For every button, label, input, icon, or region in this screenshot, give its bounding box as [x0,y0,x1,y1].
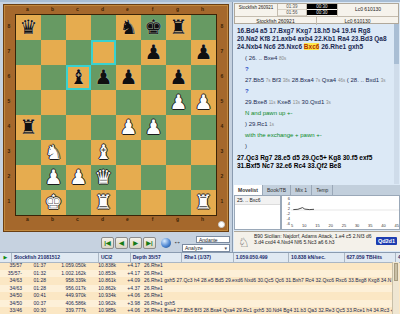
prev-move-button[interactable]: ◀ [115,237,128,249]
time-cell: 01:32 [24,270,48,278]
move-text: N and pawn up +- [245,110,293,116]
square-f5[interactable] [141,90,166,115]
square-g2[interactable] [166,165,191,190]
pv-cell: 26.Rhe1 gxh5 [142,300,392,308]
level-label: Andante [199,237,218,243]
board-toolbar: |◀ ◀ ▶ ▶| ↔ Andante Analyze ▾ [0,234,232,252]
square-h3[interactable] [191,140,216,165]
depth-cell: 35/57- [0,270,24,278]
speed-cell: 10.985k [88,307,118,314]
level-select[interactable]: Andante [196,236,230,243]
square-h6[interactable] [191,65,216,90]
square-a3[interactable] [16,140,41,165]
nodes-cell: 339.777k [48,307,88,314]
move-text: 29.Bxe8 [245,99,269,105]
coord-label: f [140,216,165,222]
piece-p-f7: ♟ [141,40,166,65]
square-f6[interactable] [141,65,166,90]
square-d1[interactable]: ♜ [91,190,116,215]
piece-p-g6: ♟ [166,65,191,90]
opening-info-row: ♘ B90 Sicilian: Najdorf, Adams Attack, 1… [234,231,400,251]
square-b6[interactable] [41,65,66,90]
notation-scrollbar[interactable] [394,24,399,184]
depth-cell: 34/63 [0,277,24,285]
square-g8[interactable]: ♜ [166,15,191,40]
time-cell: 01:28 [24,285,48,293]
move-text: 13s [293,100,300,105]
move-text: ) 29.Rc1 [245,121,269,127]
coord-label: 6 [5,64,13,89]
pv-cell: 26.Rhe1 [142,292,392,300]
knight-icon: ♘ [238,235,250,250]
rank-labels-right: 87654321 [218,14,226,214]
piece-P-f4: ♟ [141,115,166,140]
analysis-line[interactable]: ) [245,143,392,150]
coord-label: 6 [218,64,226,89]
next-move-button[interactable]: ▶ [129,237,142,249]
coord-label: 5 [5,89,13,114]
analysis-line[interactable]: 27.Bb5 7s Bf3 38s 28.Bxa4 7s Qxa4 46s ( … [245,77,392,84]
eval-cell: +4.06 [118,292,142,300]
piece-B-d3: ♝ [91,140,116,165]
tick-label: 40 [381,223,385,228]
square-e4[interactable]: ♟ [116,115,141,140]
tab-book-tb[interactable]: Book/TB [263,185,291,195]
analysis-line[interactable]: N and pawn up +- [245,110,392,117]
square-b7[interactable] [41,40,66,65]
piece-p-e6: ♟ [116,65,141,90]
time-cell: 01:28 [24,277,48,285]
square-f8[interactable]: ♚ [141,15,166,40]
coord-label: b [40,216,65,222]
piece-q-a8: ♛ [16,15,41,40]
coord-label: g [165,6,190,12]
square-h7[interactable]: ♟ [191,40,216,65]
square-e6[interactable]: ♟ [116,65,141,90]
coord-label: g [165,216,190,222]
piece-P-c2: ♟ [66,165,91,190]
pv-cell: 26.Rhe1 [142,270,392,278]
square-f7[interactable]: ♟ [141,40,166,65]
square-d4[interactable] [91,115,116,140]
tab-temp[interactable]: Temp [312,185,333,195]
speed-cell: 10.853k [88,270,118,278]
square-d2[interactable]: ♛ [91,165,116,190]
nodes-cell: 956.017k [48,285,88,293]
square-g4[interactable] [166,115,191,140]
square-e3[interactable] [116,140,141,165]
square-h1[interactable]: ♜ [191,190,216,215]
piece-P-e4: ♟ [116,115,141,140]
file-labels-top: abcdefgh [15,6,215,12]
white-clocks: 01:39 01:56 [278,4,307,16]
piece-r-a4: ♜ [16,115,41,140]
piece-P-b2: ♟ [41,165,66,190]
speed-header: 10.838 kN/sec. [289,253,344,262]
piece-R-d1: ♜ [91,190,116,215]
chevron-down-icon: ▾ [224,245,227,252]
square-b4[interactable] [41,115,66,140]
engine-output-row[interactable]: 35/5701:371.059.050k10.838k+4.1726.Rhe1 [0,262,392,270]
tbhits-header: 627.059 TBHits [345,253,396,262]
eval-cell: +3.98 [118,300,142,308]
coord-label: f [140,6,165,12]
engine-output-row[interactable]: 35/57-01:321.002.162k10.853k+4.1726.Rhe1 [0,270,392,278]
coord-label: 4 [218,114,226,139]
white-clock-used: 01:56 [278,10,306,16]
piece-K-b1: ♚ [41,190,66,215]
engine-output-panel: ▶ Stockfish 21081512 UCI2 Depth 35/57 Rh… [0,252,400,314]
hash-header: 44% [396,253,400,262]
nodes-header: 1.059.050.499 [234,253,289,262]
chess-gui-window: abcdefgh abcdefgh 87654321 87654321 ♛♞♚♜… [0,0,400,314]
tick-label: 15 [315,223,319,228]
square-e7[interactable] [116,40,141,65]
piece-p-d6: ♟ [91,65,116,90]
analysis-line[interactable]: 16.Bd4 a5 17.Bxg7 Kxg7 18.h5 b4 19.f4 Rg… [237,27,392,51]
square-f1[interactable] [141,190,166,215]
white-engine-name[interactable]: Stockfish 260921 [235,4,278,16]
mode-label: Analyze [185,245,203,251]
file-labels-bottom: abcdefgh [15,216,215,222]
square-a2[interactable] [16,165,41,190]
mode-select[interactable]: Analyze ▾ [182,244,230,252]
depth-cell: 34/50 [0,300,24,308]
tick-label: 45 [395,223,399,228]
eval-plot [291,197,399,223]
square-c8[interactable] [66,15,91,40]
speed-cell: 10.962k [88,300,118,308]
engine-output-row[interactable]: 34/5000:41449.970k10.934k+4.0626.Rhe1 [0,292,392,300]
move-text: 1s [269,122,274,127]
pv-cell: 26.Rhe1 [142,285,392,293]
square-g7[interactable] [166,40,191,65]
black-clock-remaining: 00:30 [307,4,337,9]
piece-n-e8: ♞ [116,15,141,40]
piece-r-g8: ♜ [166,15,191,40]
black-engine-name[interactable]: Lc0 610130 [338,4,398,16]
time-cell: 01:37 [24,262,48,270]
piece-p-h7: ♟ [191,40,216,65]
tick-label: 5 [291,223,293,228]
move-text: 30.Qxd1 [300,99,326,105]
analysis-line[interactable]: ? [245,88,392,95]
square-b5[interactable] [41,90,66,115]
analysis-line[interactable]: ( 26. .. Bxe4 80s [245,55,392,62]
black-clocks: 00:30 00:30 [307,4,338,16]
move-notation-area[interactable]: 16.Bd4 a5 17.Bxg7 Kxg7 18.h5 b4 19.f4 Rg… [234,24,394,184]
coord-label: 8 [5,14,13,39]
square-c7[interactable] [66,40,91,65]
square-f2[interactable] [141,165,166,190]
tick-label: 35 [368,223,372,228]
move-text: ) [245,143,247,149]
square-c4[interactable] [66,115,91,140]
square-b2[interactable]: ♟ [41,165,66,190]
evaluation-graph: 642-2-4-6 51015202530354045 [281,195,400,230]
square-a8[interactable]: ♛ [16,15,41,40]
board-frame: abcdefgh abcdefgh 87654321 87654321 ♛♞♚♜… [3,4,229,232]
square-h8[interactable] [191,15,216,40]
move-text: 38s [283,78,290,83]
speed-cell: 10.862k [88,285,118,293]
square-g1[interactable] [166,190,191,215]
current-move-grid[interactable]: 25. .. Bxc6 [234,195,281,230]
square-g6[interactable]: ♟ [166,65,191,90]
coord-label: 2 [218,164,226,189]
eval-cell: +4.37 [118,285,142,293]
depth-cell: 34/50 [0,292,24,300]
nodes-cell: 1.002.162k [48,270,88,278]
eval-y-axis: 642-2-4-6 [283,196,290,223]
opening-name: B90 Sicilian: Najdorf, Adams Attack, 1.e… [254,233,376,245]
eval-cell: +4.06 [118,307,142,314]
square-a6[interactable] [16,65,41,90]
move-text: 28.Bxa4 [290,77,315,83]
tick-label: 30 [355,223,359,228]
square-b8[interactable] [41,15,66,40]
square-c5[interactable] [66,90,91,115]
piece-N-b3: ♞ [41,140,66,165]
flip-board-icon[interactable]: ↔ [173,237,181,246]
move-text: Kxe8 [276,99,293,105]
square-d8[interactable] [91,15,116,40]
coord-label: 7 [218,39,226,64]
coord-label: a [15,6,40,12]
depth-cell: 33/46 [0,307,24,314]
coord-label: 1 [218,189,226,214]
tab-mix[interactable]: Mix 1 [291,185,312,195]
move-text: 3s [326,100,331,105]
coord-label: 2 [5,164,13,189]
tab-movelist[interactable]: Movelist [234,185,263,195]
square-e2[interactable] [116,165,141,190]
engine-output-row[interactable]: 34/6301:28958.339k10.861k+4.0926.Rhe1 gx… [0,277,392,285]
board-panel: abcdefgh abcdefgh 87654321 87654321 ♛♞♚♜… [0,2,232,252]
analysis-line[interactable]: 29.Bxe8 11s Kxe8 13s 30.Qxd1 3s [245,99,392,106]
move-text: Bf3 [270,77,282,83]
best-move-badge[interactable]: Qd2d1 [376,237,397,245]
engine-name-header[interactable]: Stockfish 21081512 [12,253,99,262]
move-text: ( 26. .. Bxe4 [245,55,279,61]
square-g5[interactable]: ♟ [166,90,191,115]
coord-label: b [40,6,65,12]
move-text: ? [245,66,249,72]
coord-label: 1 [5,189,13,214]
piece-R-h1: ♜ [191,190,216,215]
pv-cell: 26.Rhe1 gxh5 27.Qc3 h4 28.e5 Bd5 29.exd6… [142,277,392,285]
engine-output-scrollbar[interactable] [392,262,399,314]
tick-label: 10 [302,223,306,228]
move-text: 27.Bb5 [245,77,266,83]
coord-label: c [65,6,90,12]
square-b1[interactable]: ♚ [41,190,66,215]
square-c2[interactable]: ♟ [66,165,91,190]
notation-panel: Stockfish 260921 01:39 01:56 00:30 00:30… [232,2,400,252]
last-move-button[interactable]: ▶| [143,237,156,249]
square-e8[interactable]: ♞ [116,15,141,40]
square-e5[interactable] [116,90,141,115]
time-cell: 00:41 [24,292,48,300]
coord-label: e [115,216,140,222]
protocol-header: UCI2 [99,253,131,262]
square-d3[interactable]: ♝ [91,140,116,165]
eval-x-axis: 51015202530354045 [291,223,399,228]
first-move-button[interactable]: |◀ [101,237,114,249]
analysis-line[interactable]: ? [245,66,392,73]
coord-label: 3 [218,139,226,164]
time-cell: 00:30 [24,307,48,314]
coord-label: h [190,6,215,12]
square-e1[interactable] [116,190,141,215]
move-text: 11s [269,100,276,105]
square-h2[interactable] [191,165,216,190]
board-squares[interactable]: ♛♞♚♜♟♟♝♟♟♟♟♟♜♟♟♞♝♟♟♛♚♜♜ [15,14,217,216]
square-d6[interactable]: ♟ [91,65,116,90]
engine-output-row[interactable]: 33/4600:30339.777k10.985k+4.0626.Rhe1 Bx… [0,307,392,314]
nodes-cell: 406.586k [48,300,88,308]
analysis-line[interactable]: with the exchange + pawn +- [245,132,392,139]
coord-label: e [115,6,140,12]
square-a4[interactable]: ♜ [16,115,41,140]
nodes-cell: 958.339k [48,277,88,285]
square-f4[interactable]: ♟ [141,115,166,140]
globe-icon[interactable] [161,238,171,248]
engine-running-icon[interactable]: ▶ [0,253,12,262]
depth-cell: 34/63 [0,285,24,293]
coord-label: 3 [5,139,13,164]
engine-output-row[interactable]: 34/5000:37406.586k10.962k+3.9826.Rhe1 gx… [0,300,392,308]
coord-label: 8 [218,14,226,39]
piece-P-h5: ♟ [191,90,216,115]
coord-label: 7 [5,39,13,64]
black-clock-used: 00:30 [307,10,337,15]
tick-label: 20 [328,223,332,228]
square-b3[interactable]: ♞ [41,140,66,165]
square-a5[interactable] [16,90,41,115]
pv-cell: 26.Rhe1 [142,262,392,270]
square-f3[interactable] [141,140,166,165]
move-text: 80s [279,56,286,61]
tick-label: -6 [283,221,290,226]
eval-cell: +4.09 [118,277,142,285]
tick-label: 25 [342,223,346,228]
engine-output-row[interactable]: 34/6301:28956.017k10.862k+4.3726.Rhe1 [0,285,392,293]
move-text: Qxa4 [320,77,338,83]
current-move-cell[interactable]: 25. .. Bxc6 [235,196,280,205]
square-a1[interactable] [16,190,41,215]
square-h5[interactable]: ♟ [191,90,216,115]
square-c1[interactable] [66,190,91,215]
side-to-move-indicator [218,221,225,228]
depth-header: Depth 35/57 [131,253,182,262]
eval-cell: +4.17 [118,270,142,278]
engine-clock-table: Stockfish 260921 01:39 01:56 00:30 00:30… [234,3,399,24]
square-c6[interactable]: ♝ [66,65,91,90]
square-d5[interactable] [91,90,116,115]
piece-Q-d2: ♛ [91,165,116,190]
eval-cell: +4.17 [118,262,142,270]
square-g3[interactable] [166,140,191,165]
move-text: 3s [381,78,386,83]
move-text: ( 28. .. Bxd1 [345,77,381,83]
coord-label: 5 [218,89,226,114]
move-text: ? [245,88,249,94]
coord-label: 4 [5,114,13,139]
piece-b-c6: ♝ [66,65,91,90]
piece-k-f8: ♚ [141,15,166,40]
coord-label: d [90,216,115,222]
square-h4[interactable] [191,115,216,140]
current-move-highlight: Bxc6 [304,43,320,50]
move-text: with the exchange + pawn +- [245,132,322,138]
square-a7[interactable] [16,40,41,65]
pv-cell: 26.Rhe1 Bxe4 27.Bb5 Bf3 28.Bxa4 Qxa4 29.… [142,307,392,314]
analysis-line[interactable]: 27.Qc3 Rg7 28.e5 d5 29.Qc5+ Kg8 30.f5 ex… [237,154,392,170]
speed-cell: 10.838k [88,262,118,270]
bestmove-header: Rhe1 (1/37) [182,253,233,262]
coord-label: d [90,6,115,12]
piece-P-g5: ♟ [166,90,191,115]
nodes-cell: 1.059.050k [48,262,88,270]
coord-label: a [15,216,40,222]
rank-labels-left: 87654321 [5,14,13,214]
speed-cell: 10.934k [88,292,118,300]
coord-label: c [65,216,90,222]
speed-cell: 10.861k [88,277,118,285]
nodes-cell: 449.970k [48,292,88,300]
depth-cell: 35/57 [0,262,24,270]
square-c3[interactable] [66,140,91,165]
analysis-line[interactable]: ) 29.Rc1 1s [245,121,392,128]
engine-output-rows[interactable]: 35/5701:371.059.050k10.838k+4.1726.Rhe13… [0,262,392,314]
coord-label: h [190,216,215,222]
time-cell: 00:37 [24,300,48,308]
move-text: 26.Rhe1 gxh5 [319,43,363,50]
square-d7[interactable] [91,40,116,65]
move-text: 27.Qc3 Rg7 28.e5 d5 29.Qc5+ Kg8 30.f5 ex… [237,154,372,169]
